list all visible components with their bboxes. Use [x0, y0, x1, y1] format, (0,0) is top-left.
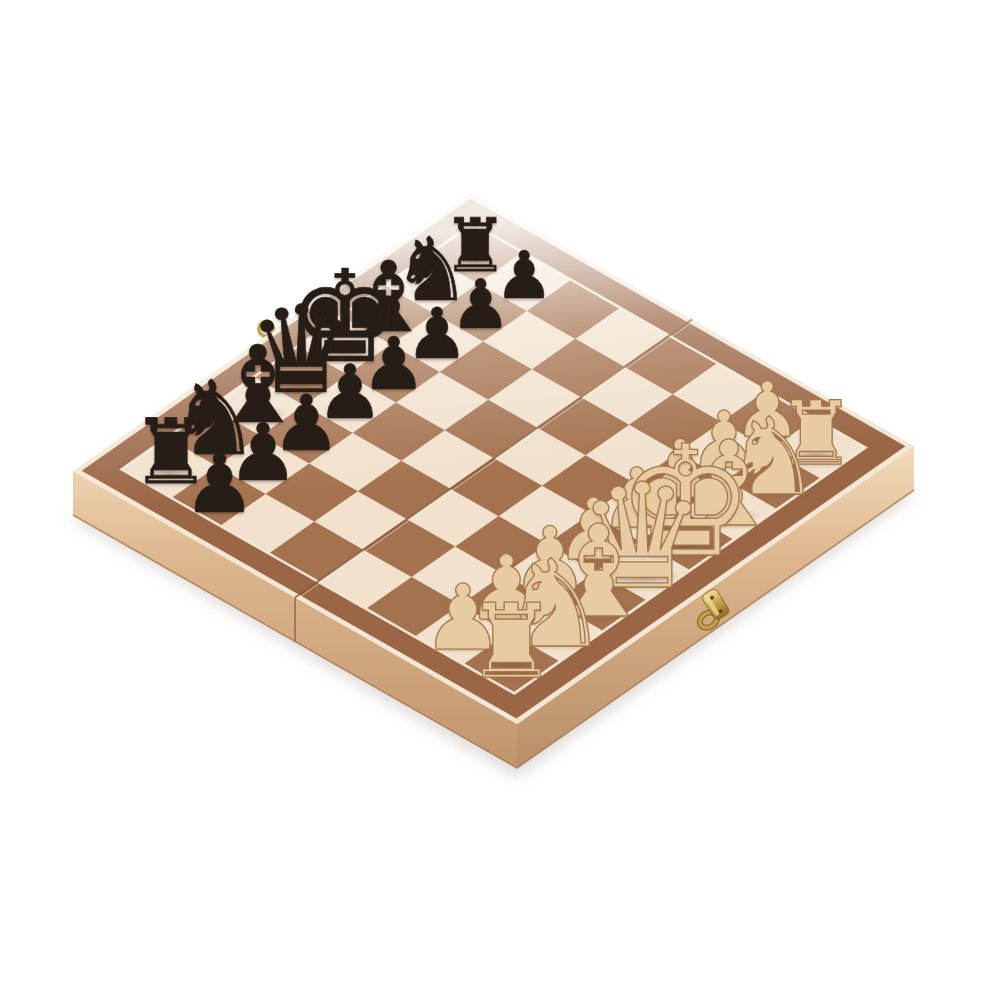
chess-set-product-photo: ♜♞♝♛♚♝♞♜♟♟♟♟♟♟♟♟♟♟♟♟♟♟♟♟♜♞♝♛♚♝♞♜ — [0, 0, 1000, 1000]
folding-chessboard-box — [0, 0, 1000, 1000]
overexposure-wash — [73, 193, 914, 724]
